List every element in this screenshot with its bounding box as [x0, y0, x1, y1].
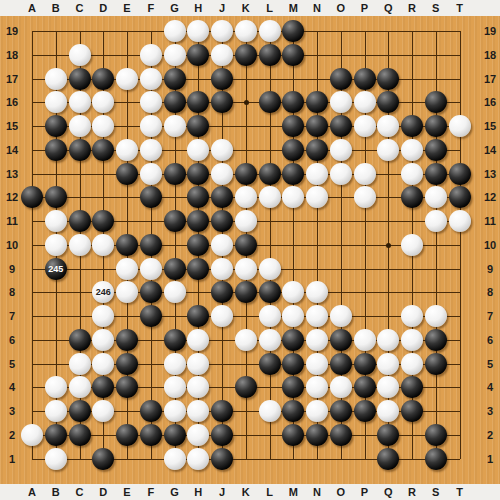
black-stone-F2 [140, 424, 162, 446]
left-row-label-13: 13 [1, 167, 23, 181]
white-stone-J9 [211, 258, 233, 280]
black-stone-O2 [330, 424, 352, 446]
column-label-L: L [260, 0, 280, 16]
white-stone-H2 [187, 424, 209, 446]
top-coordinate-strip: ABCDEFGHJKLMNOPQRST [0, 0, 500, 16]
black-stone-N2 [306, 424, 328, 446]
black-stone-C6 [69, 329, 91, 351]
left-row-label-5: 5 [1, 357, 23, 371]
black-stone-T12 [449, 186, 471, 208]
right-row-label-1: 1 [479, 452, 500, 466]
black-stone-P5 [354, 353, 376, 375]
left-row-label-19: 19 [1, 24, 23, 38]
black-stone-L16 [259, 91, 281, 113]
column-label-O: O [331, 484, 351, 500]
white-stone-G1 [164, 448, 186, 470]
black-stone-L5 [259, 353, 281, 375]
white-stone-A2 [21, 424, 43, 446]
white-stone-F15 [140, 115, 162, 137]
black-stone-J11 [211, 210, 233, 232]
black-stone-G16 [164, 91, 186, 113]
white-stone-G3 [164, 400, 186, 422]
white-stone-C18 [69, 44, 91, 66]
black-stone-F10 [140, 234, 162, 256]
column-label-J: J [212, 484, 232, 500]
white-stone-H5 [187, 353, 209, 375]
white-stone-L12 [259, 186, 281, 208]
left-row-label-16: 16 [1, 95, 23, 109]
white-stone-L19 [259, 20, 281, 42]
white-stone-R7 [401, 305, 423, 327]
black-stone-M18 [282, 44, 304, 66]
left-row-label-9: 9 [1, 262, 23, 276]
white-stone-J7 [211, 305, 233, 327]
left-row-label-17: 17 [1, 72, 23, 86]
black-stone-K10 [235, 234, 257, 256]
white-stone-R13 [401, 163, 423, 185]
white-stone-L7 [259, 305, 281, 327]
white-stone-D10 [92, 234, 114, 256]
white-stone-S12 [425, 186, 447, 208]
black-stone-O6 [330, 329, 352, 351]
right-row-label-8: 8 [479, 285, 500, 299]
column-label-P: P [355, 0, 375, 16]
go-board-window: ABCDEFGHJKLMNOPQRST ABCDEFGHJKLMNOPQRST … [0, 0, 500, 500]
left-row-label-4: 4 [1, 380, 23, 394]
black-stone-S15 [425, 115, 447, 137]
black-stone-J1 [211, 448, 233, 470]
white-stone-G15 [164, 115, 186, 137]
column-label-D: D [93, 0, 113, 16]
black-stone-S1 [425, 448, 447, 470]
black-stone-E5 [116, 353, 138, 375]
black-stone-E10 [116, 234, 138, 256]
column-label-K: K [236, 0, 256, 16]
black-stone-O17 [330, 68, 352, 90]
black-stone-C14 [69, 139, 91, 161]
column-label-F: F [141, 0, 161, 16]
black-stone-S13 [425, 163, 447, 185]
white-stone-K6 [235, 329, 257, 351]
column-label-F: F [141, 484, 161, 500]
black-stone-P17 [354, 68, 376, 90]
black-stone-Q17 [377, 68, 399, 90]
black-stone-C2 [69, 424, 91, 446]
black-stone-L13 [259, 163, 281, 185]
right-row-label-3: 3 [479, 404, 500, 418]
move-number-label-246: 246 [92, 281, 114, 303]
white-stone-F13 [140, 163, 162, 185]
white-stone-F16 [140, 91, 162, 113]
white-stone-P12 [354, 186, 376, 208]
right-row-label-13: 13 [479, 167, 500, 181]
white-stone-Q5 [377, 353, 399, 375]
white-stone-N3 [306, 400, 328, 422]
white-stone-S7 [425, 305, 447, 327]
white-stone-D5 [92, 353, 114, 375]
white-stone-L9 [259, 258, 281, 280]
right-row-label-16: 16 [479, 95, 500, 109]
black-stone-G11 [164, 210, 186, 232]
white-stone-O13 [330, 163, 352, 185]
right-row-label-5: 5 [479, 357, 500, 371]
column-label-E: E [117, 484, 137, 500]
black-stone-S2 [425, 424, 447, 446]
black-stone-F7 [140, 305, 162, 327]
black-stone-O15 [330, 115, 352, 137]
vertical-line-T [460, 31, 461, 459]
right-row-label-18: 18 [479, 48, 500, 62]
black-stone-G17 [164, 68, 186, 90]
white-stone-C5 [69, 353, 91, 375]
column-label-B: B [46, 484, 66, 500]
white-stone-N6 [306, 329, 328, 351]
white-stone-R5 [401, 353, 423, 375]
left-row-label-10: 10 [1, 238, 23, 252]
black-stone-H10 [187, 234, 209, 256]
black-stone-R15 [401, 115, 423, 137]
star-point-K16 [244, 100, 249, 105]
column-label-S: S [426, 484, 446, 500]
black-stone-M14 [282, 139, 304, 161]
right-row-label-15: 15 [479, 119, 500, 133]
white-stone-F18 [140, 44, 162, 66]
column-label-N: N [307, 0, 327, 16]
white-stone-P16 [354, 91, 376, 113]
move-number-label-245: 245 [45, 258, 67, 280]
black-stone-R3 [401, 400, 423, 422]
white-stone-G5 [164, 353, 186, 375]
black-stone-E2 [116, 424, 138, 446]
white-stone-L6 [259, 329, 281, 351]
left-row-label-15: 15 [1, 119, 23, 133]
column-label-Q: Q [378, 484, 398, 500]
column-label-B: B [46, 0, 66, 16]
black-stone-H18 [187, 44, 209, 66]
left-row-label-2: 2 [1, 428, 23, 442]
white-stone-B16 [45, 91, 67, 113]
white-stone-O7 [330, 305, 352, 327]
black-stone-T13 [449, 163, 471, 185]
right-row-label-7: 7 [479, 309, 500, 323]
black-stone-L8 [259, 281, 281, 303]
black-stone-J17 [211, 68, 233, 90]
white-stone-B10 [45, 234, 67, 256]
white-stone-F14 [140, 139, 162, 161]
left-row-label-18: 18 [1, 48, 23, 62]
column-label-J: J [212, 0, 232, 16]
right-row-label-9: 9 [479, 262, 500, 276]
left-row-label-1: 1 [1, 452, 23, 466]
white-stone-N5 [306, 353, 328, 375]
left-row-label-7: 7 [1, 309, 23, 323]
left-row-label-6: 6 [1, 333, 23, 347]
white-stone-Q6 [377, 329, 399, 351]
column-label-M: M [283, 484, 303, 500]
column-label-E: E [117, 0, 137, 16]
white-stone-C10 [69, 234, 91, 256]
white-stone-K11 [235, 210, 257, 232]
white-stone-J14 [211, 139, 233, 161]
left-row-label-3: 3 [1, 404, 23, 418]
white-stone-J13 [211, 163, 233, 185]
column-label-A: A [22, 0, 42, 16]
black-stone-K18 [235, 44, 257, 66]
black-stone-B15 [45, 115, 67, 137]
black-stone-M6 [282, 329, 304, 351]
white-stone-J10 [211, 234, 233, 256]
left-row-label-14: 14 [1, 143, 23, 157]
white-stone-K19 [235, 20, 257, 42]
star-point-Q10 [386, 243, 391, 248]
black-stone-B12 [45, 186, 67, 208]
white-stone-P15 [354, 115, 376, 137]
black-stone-M2 [282, 424, 304, 446]
black-stone-F3 [140, 400, 162, 422]
left-row-label-8: 8 [1, 285, 23, 299]
white-stone-C4 [69, 376, 91, 398]
black-stone-S5 [425, 353, 447, 375]
white-stone-B4 [45, 376, 67, 398]
black-stone-G13 [164, 163, 186, 185]
white-stone-C15 [69, 115, 91, 137]
white-stone-D8: 246 [92, 281, 114, 303]
white-stone-K9 [235, 258, 257, 280]
white-stone-R14 [401, 139, 423, 161]
white-stone-D6 [92, 329, 114, 351]
white-stone-P6 [354, 329, 376, 351]
white-stone-N7 [306, 305, 328, 327]
black-stone-S16 [425, 91, 447, 113]
white-stone-E9 [116, 258, 138, 280]
column-label-O: O [331, 0, 351, 16]
black-stone-D1 [92, 448, 114, 470]
black-stone-H9 [187, 258, 209, 280]
white-stone-B3 [45, 400, 67, 422]
white-stone-T11 [449, 210, 471, 232]
white-stone-F17 [140, 68, 162, 90]
column-label-R: R [402, 0, 422, 16]
black-stone-G6 [164, 329, 186, 351]
black-stone-G9 [164, 258, 186, 280]
black-stone-N14 [306, 139, 328, 161]
column-label-H: H [188, 0, 208, 16]
white-stone-E17 [116, 68, 138, 90]
column-label-T: T [450, 0, 470, 16]
white-stone-N13 [306, 163, 328, 185]
bottom-coordinate-strip: ABCDEFGHJKLMNOPQRST [0, 484, 500, 500]
black-stone-K4 [235, 376, 257, 398]
white-stone-L3 [259, 400, 281, 422]
black-stone-J2 [211, 424, 233, 446]
white-stone-O14 [330, 139, 352, 161]
black-stone-E6 [116, 329, 138, 351]
black-stone-K13 [235, 163, 257, 185]
column-label-Q: Q [378, 0, 398, 16]
column-label-A: A [22, 484, 42, 500]
black-stone-S6 [425, 329, 447, 351]
black-stone-M5 [282, 353, 304, 375]
right-row-label-14: 14 [479, 143, 500, 157]
white-stone-H1 [187, 448, 209, 470]
white-stone-B17 [45, 68, 67, 90]
black-stone-F8 [140, 281, 162, 303]
black-stone-D17 [92, 68, 114, 90]
white-stone-R6 [401, 329, 423, 351]
white-stone-F9 [140, 258, 162, 280]
column-label-R: R [402, 484, 422, 500]
column-label-D: D [93, 484, 113, 500]
black-stone-F12 [140, 186, 162, 208]
right-row-label-4: 4 [479, 380, 500, 394]
white-stone-R10 [401, 234, 423, 256]
white-stone-O16 [330, 91, 352, 113]
column-label-C: C [70, 484, 90, 500]
column-label-M: M [283, 0, 303, 16]
black-stone-J3 [211, 400, 233, 422]
white-stone-T15 [449, 115, 471, 137]
white-stone-E14 [116, 139, 138, 161]
right-row-label-17: 17 [479, 72, 500, 86]
column-label-S: S [426, 0, 446, 16]
column-label-T: T [450, 484, 470, 500]
black-stone-H13 [187, 163, 209, 185]
black-stone-E13 [116, 163, 138, 185]
column-label-P: P [355, 484, 375, 500]
white-stone-H14 [187, 139, 209, 161]
white-stone-B11 [45, 210, 67, 232]
white-stone-H6 [187, 329, 209, 351]
white-stone-G8 [164, 281, 186, 303]
black-stone-L18 [259, 44, 281, 66]
black-stone-K8 [235, 281, 257, 303]
black-stone-O5 [330, 353, 352, 375]
black-stone-D14 [92, 139, 114, 161]
white-stone-C16 [69, 91, 91, 113]
black-stone-Q1 [377, 448, 399, 470]
black-stone-G2 [164, 424, 186, 446]
column-label-L: L [260, 484, 280, 500]
white-stone-J19 [211, 20, 233, 42]
black-stone-C11 [69, 210, 91, 232]
white-stone-J18 [211, 44, 233, 66]
white-stone-Q14 [377, 139, 399, 161]
right-row-label-11: 11 [479, 214, 500, 228]
black-stone-B9: 245 [45, 258, 67, 280]
black-stone-P3 [354, 400, 376, 422]
black-stone-C3 [69, 400, 91, 422]
white-stone-S11 [425, 210, 447, 232]
right-row-label-10: 10 [479, 238, 500, 252]
white-stone-O4 [330, 376, 352, 398]
column-label-H: H [188, 484, 208, 500]
white-stone-B1 [45, 448, 67, 470]
right-row-label-12: 12 [479, 190, 500, 204]
white-stone-G4 [164, 376, 186, 398]
column-label-K: K [236, 484, 256, 500]
column-label-G: G [165, 0, 185, 16]
white-stone-G18 [164, 44, 186, 66]
column-label-N: N [307, 484, 327, 500]
left-row-label-11: 11 [1, 214, 23, 228]
white-stone-G19 [164, 20, 186, 42]
black-stone-O3 [330, 400, 352, 422]
white-stone-P13 [354, 163, 376, 185]
column-label-G: G [165, 484, 185, 500]
right-row-label-19: 19 [479, 24, 500, 38]
column-label-C: C [70, 0, 90, 16]
right-row-label-6: 6 [479, 333, 500, 347]
left-row-label-12: 12 [1, 190, 23, 204]
right-row-label-2: 2 [479, 428, 500, 442]
black-stone-Q2 [377, 424, 399, 446]
black-stone-N15 [306, 115, 328, 137]
black-stone-C17 [69, 68, 91, 90]
white-stone-K12 [235, 186, 257, 208]
black-stone-P4 [354, 376, 376, 398]
black-stone-B14 [45, 139, 67, 161]
black-stone-S14 [425, 139, 447, 161]
black-stone-M13 [282, 163, 304, 185]
black-stone-B2 [45, 424, 67, 446]
